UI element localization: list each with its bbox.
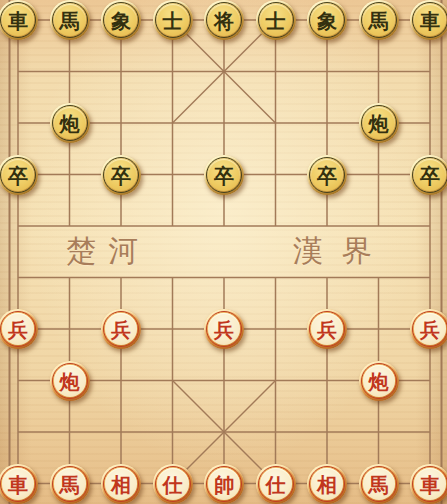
piece-face: 卒 xyxy=(2,159,34,191)
piece-black-soldier-2[interactable]: 卒 xyxy=(101,155,141,195)
red-piece-glyph: 帥 xyxy=(214,474,234,494)
piece-red-soldier-5[interactable]: 兵 xyxy=(410,309,447,349)
piece-black-soldier-4[interactable]: 卒 xyxy=(307,155,347,195)
piece-red-cannon-left[interactable]: 炮 xyxy=(50,361,90,401)
piece-face: 兵 xyxy=(2,313,34,345)
piece-face: 馬 xyxy=(54,468,86,500)
piece-black-soldier-5[interactable]: 卒 xyxy=(410,155,447,195)
piece-black-horse-left[interactable]: 馬 xyxy=(50,0,90,40)
piece-red-soldier-4[interactable]: 兵 xyxy=(307,309,347,349)
black-piece-glyph: 象 xyxy=(111,11,131,31)
black-piece-glyph: 馬 xyxy=(60,11,80,31)
piece-red-horse-left[interactable]: 馬 xyxy=(50,464,90,504)
piece-face: 炮 xyxy=(54,107,86,139)
piece-face: 士 xyxy=(260,4,292,36)
black-piece-glyph: 卒 xyxy=(111,165,131,185)
piece-face: 仕 xyxy=(260,468,292,500)
piece-face: 兵 xyxy=(311,313,343,345)
piece-face: 卒 xyxy=(208,159,240,191)
red-piece-glyph: 兵 xyxy=(214,320,234,340)
red-piece-glyph: 車 xyxy=(8,474,28,494)
xiangqi-board[interactable]: 楚河 漢界 車馬象士将士象馬車炮炮卒卒卒卒卒兵兵兵兵兵炮炮車馬相仕帥仕相馬車 xyxy=(0,0,447,504)
piece-face: 士 xyxy=(157,4,189,36)
piece-face: 相 xyxy=(105,468,137,500)
piece-face: 将 xyxy=(208,4,240,36)
red-piece-glyph: 兵 xyxy=(317,320,337,340)
piece-face: 炮 xyxy=(363,107,395,139)
piece-face: 馬 xyxy=(363,468,395,500)
piece-black-soldier-3[interactable]: 卒 xyxy=(204,155,244,195)
piece-black-general[interactable]: 将 xyxy=(204,0,244,40)
piece-face: 馬 xyxy=(363,4,395,36)
piece-red-chariot-right[interactable]: 車 xyxy=(410,464,447,504)
black-piece-glyph: 卒 xyxy=(214,165,234,185)
piece-face: 帥 xyxy=(208,468,240,500)
black-piece-glyph: 卒 xyxy=(8,165,28,185)
piece-red-general[interactable]: 帥 xyxy=(204,464,244,504)
river-label-han-jie: 漢界 xyxy=(293,231,391,272)
black-piece-glyph: 士 xyxy=(163,11,183,31)
black-piece-glyph: 象 xyxy=(317,11,337,31)
piece-black-cannon-right[interactable]: 炮 xyxy=(359,103,399,143)
red-piece-glyph: 仕 xyxy=(163,474,183,494)
piece-red-advisor-left[interactable]: 仕 xyxy=(153,464,193,504)
river-label-chu-he: 楚河 xyxy=(66,231,150,272)
red-piece-glyph: 相 xyxy=(111,474,131,494)
piece-face: 車 xyxy=(414,4,446,36)
piece-black-elephant-right[interactable]: 象 xyxy=(307,0,347,40)
piece-face: 車 xyxy=(2,4,34,36)
piece-red-horse-right[interactable]: 馬 xyxy=(359,464,399,504)
piece-face: 卒 xyxy=(105,159,137,191)
piece-black-advisor-right[interactable]: 士 xyxy=(256,0,296,40)
black-piece-glyph: 車 xyxy=(420,11,440,31)
black-piece-glyph: 卒 xyxy=(420,165,440,185)
black-piece-glyph: 卒 xyxy=(317,165,337,185)
black-piece-glyph: 車 xyxy=(8,11,28,31)
piece-black-elephant-left[interactable]: 象 xyxy=(101,0,141,40)
red-piece-glyph: 兵 xyxy=(111,320,131,340)
piece-face: 炮 xyxy=(363,365,395,397)
piece-black-soldier-1[interactable]: 卒 xyxy=(0,155,38,195)
red-piece-glyph: 相 xyxy=(317,474,337,494)
piece-face: 兵 xyxy=(208,313,240,345)
piece-face: 相 xyxy=(311,468,343,500)
piece-face: 象 xyxy=(311,4,343,36)
piece-red-elephant-left[interactable]: 相 xyxy=(101,464,141,504)
red-piece-glyph: 炮 xyxy=(60,371,80,391)
black-piece-glyph: 炮 xyxy=(369,114,389,134)
piece-face: 卒 xyxy=(311,159,343,191)
piece-face: 兵 xyxy=(105,313,137,345)
piece-face: 車 xyxy=(2,468,34,500)
black-piece-glyph: 馬 xyxy=(369,11,389,31)
piece-black-advisor-left[interactable]: 士 xyxy=(153,0,193,40)
red-piece-glyph: 兵 xyxy=(420,320,440,340)
piece-black-chariot-right[interactable]: 車 xyxy=(410,0,447,40)
red-piece-glyph: 馬 xyxy=(369,474,389,494)
red-piece-glyph: 仕 xyxy=(266,474,286,494)
piece-face: 馬 xyxy=(54,4,86,36)
piece-black-horse-right[interactable]: 馬 xyxy=(359,0,399,40)
piece-red-cannon-right[interactable]: 炮 xyxy=(359,361,399,401)
red-piece-glyph: 炮 xyxy=(369,371,389,391)
piece-black-cannon-left[interactable]: 炮 xyxy=(50,103,90,143)
piece-face: 炮 xyxy=(54,365,86,397)
piece-red-soldier-2[interactable]: 兵 xyxy=(101,309,141,349)
piece-face: 兵 xyxy=(414,313,446,345)
piece-face: 卒 xyxy=(414,159,446,191)
piece-red-chariot-left[interactable]: 車 xyxy=(0,464,38,504)
black-piece-glyph: 炮 xyxy=(60,114,80,134)
black-piece-glyph: 士 xyxy=(266,11,286,31)
piece-face: 象 xyxy=(105,4,137,36)
red-piece-glyph: 兵 xyxy=(8,320,28,340)
black-piece-glyph: 将 xyxy=(214,11,234,31)
piece-red-elephant-right[interactable]: 相 xyxy=(307,464,347,504)
piece-red-advisor-right[interactable]: 仕 xyxy=(256,464,296,504)
piece-red-soldier-3[interactable]: 兵 xyxy=(204,309,244,349)
red-piece-glyph: 車 xyxy=(420,474,440,494)
piece-face: 仕 xyxy=(157,468,189,500)
piece-face: 車 xyxy=(414,468,446,500)
red-piece-glyph: 馬 xyxy=(60,474,80,494)
